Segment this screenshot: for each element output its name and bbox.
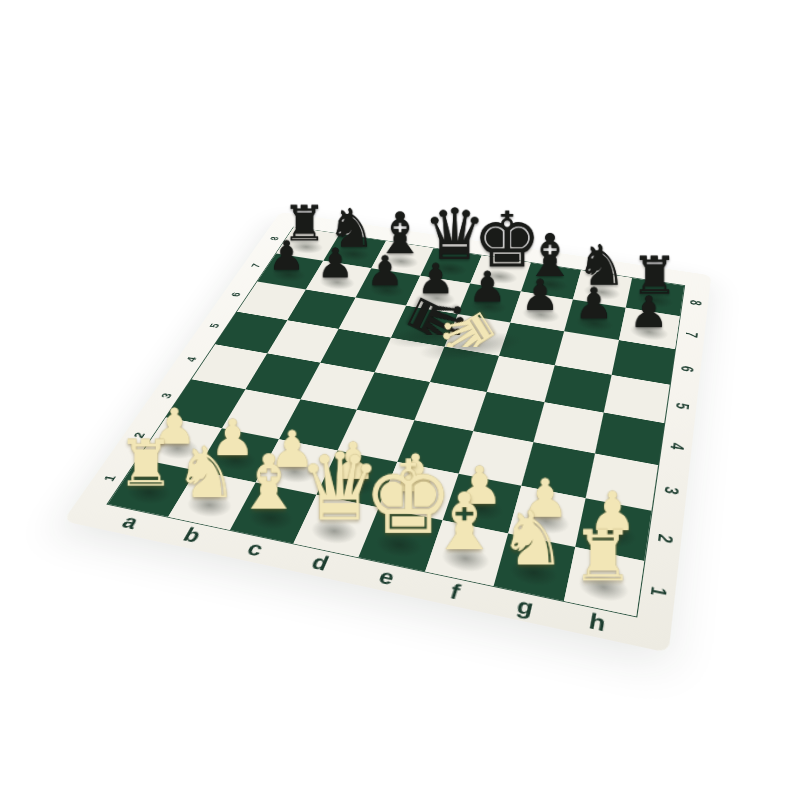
chess-set-photo: ♜♞♝♛♚♝♞♜♟♟♟♟♟♟♟♟♟♟♟♟♟♟♟♟♜♞♝♛♚♝♞♜ ♛♛ abcd… [0, 0, 800, 800]
vinyl-chess-mat: ♜♞♝♛♚♝♞♜♟♟♟♟♟♟♟♟♟♟♟♟♟♟♟♟♜♞♝♛♚♝♞♜ ♛♛ abcd… [63, 212, 711, 653]
